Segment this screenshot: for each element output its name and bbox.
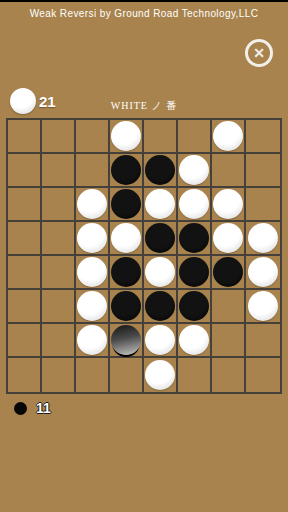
board-cell[interactable]: [42, 222, 76, 256]
white-disc: [77, 223, 107, 253]
board-cell[interactable]: [8, 120, 42, 154]
board-cell[interactable]: [42, 324, 76, 358]
board-cell[interactable]: [76, 256, 110, 290]
board-cell[interactable]: [8, 154, 42, 188]
board-cell[interactable]: [246, 120, 280, 154]
board-cell[interactable]: [212, 188, 246, 222]
board-cell[interactable]: [42, 358, 76, 392]
board-cell[interactable]: [246, 324, 280, 358]
board-cell[interactable]: [246, 188, 280, 222]
board-cell[interactable]: [212, 358, 246, 392]
black-disc: [179, 257, 209, 287]
white-disc: [145, 257, 175, 287]
black-disc: [111, 189, 141, 219]
white-disc: [248, 291, 278, 321]
board-cell[interactable]: [178, 256, 212, 290]
white-disc: [111, 223, 141, 253]
white-disc: [77, 325, 107, 355]
board-cell[interactable]: [178, 358, 212, 392]
board-cell[interactable]: [110, 188, 144, 222]
white-disc: [213, 189, 243, 219]
black-disc-icon: [14, 402, 27, 415]
board-cell[interactable]: [246, 290, 280, 324]
board-cell[interactable]: [246, 358, 280, 392]
black-disc: [145, 223, 175, 253]
board-cell[interactable]: [144, 154, 178, 188]
app-screen: Weak Reversi by Ground Road Technology,L…: [0, 0, 288, 512]
black-disc: [111, 155, 141, 185]
board-cell[interactable]: [212, 222, 246, 256]
board-cell[interactable]: [212, 154, 246, 188]
board-cell[interactable]: [246, 256, 280, 290]
board-cell[interactable]: [178, 324, 212, 358]
white-disc: [77, 189, 107, 219]
white-disc: [248, 223, 278, 253]
board-cell[interactable]: [8, 256, 42, 290]
white-disc: [77, 257, 107, 287]
board-cell[interactable]: [42, 154, 76, 188]
board-cell[interactable]: [178, 222, 212, 256]
board-cell[interactable]: [144, 222, 178, 256]
board-cell[interactable]: [110, 222, 144, 256]
board-cell[interactable]: [76, 290, 110, 324]
board-cell[interactable]: [144, 290, 178, 324]
board-cell[interactable]: [42, 188, 76, 222]
flipping-disc: [111, 325, 141, 355]
board-cell[interactable]: [76, 324, 110, 358]
board-cell[interactable]: [212, 256, 246, 290]
board-cell[interactable]: [110, 290, 144, 324]
board-cell[interactable]: [144, 120, 178, 154]
white-disc: [179, 189, 209, 219]
board-cell[interactable]: [42, 120, 76, 154]
white-disc: [145, 325, 175, 355]
board-cell[interactable]: [8, 188, 42, 222]
board-cell[interactable]: [246, 222, 280, 256]
board-cell[interactable]: [144, 358, 178, 392]
board-cell[interactable]: [178, 120, 212, 154]
board: [6, 118, 282, 394]
board-cell[interactable]: [110, 154, 144, 188]
black-score-counter: 11: [14, 400, 51, 416]
board-cell[interactable]: [76, 222, 110, 256]
board-cell[interactable]: [144, 324, 178, 358]
board-cell[interactable]: [42, 256, 76, 290]
board-cell[interactable]: [8, 358, 42, 392]
board-cell[interactable]: [110, 120, 144, 154]
board-cell[interactable]: [178, 188, 212, 222]
board-cell[interactable]: [212, 324, 246, 358]
black-disc: [179, 223, 209, 253]
white-disc: [179, 155, 209, 185]
board-cell[interactable]: [76, 154, 110, 188]
board-cell[interactable]: [8, 222, 42, 256]
board-cell[interactable]: [76, 358, 110, 392]
board-cell[interactable]: [178, 290, 212, 324]
white-disc: [248, 257, 278, 287]
white-disc: [145, 360, 175, 390]
black-disc: [145, 291, 175, 321]
black-disc: [111, 257, 141, 287]
white-disc: [213, 223, 243, 253]
board-cell[interactable]: [76, 188, 110, 222]
white-disc: [179, 325, 209, 355]
board-cell[interactable]: [212, 290, 246, 324]
turn-indicator: WHITE ノ 番: [0, 99, 288, 113]
board-cell[interactable]: [110, 358, 144, 392]
board-cell[interactable]: [42, 290, 76, 324]
board-cell[interactable]: [212, 120, 246, 154]
board-cell[interactable]: [246, 154, 280, 188]
white-disc: [213, 121, 243, 151]
board-cell[interactable]: [8, 324, 42, 358]
board-cell[interactable]: [178, 154, 212, 188]
close-icon: ✕: [253, 46, 265, 60]
black-disc: [179, 291, 209, 321]
board-cell[interactable]: [144, 256, 178, 290]
white-disc: [77, 291, 107, 321]
black-disc: [213, 257, 243, 287]
black-count: 11: [36, 400, 51, 416]
status-bar: [0, 0, 288, 2]
board-cell[interactable]: [76, 120, 110, 154]
black-disc: [111, 291, 141, 321]
board-cell[interactable]: [110, 324, 144, 358]
close-button[interactable]: ✕: [245, 39, 273, 67]
board-cell[interactable]: [144, 188, 178, 222]
black-disc: [145, 155, 175, 185]
board-cell[interactable]: [110, 256, 144, 290]
white-disc: [145, 189, 175, 219]
board-cell[interactable]: [8, 290, 42, 324]
app-title: Weak Reversi by Ground Road Technology,L…: [0, 8, 288, 19]
white-disc: [111, 121, 141, 151]
